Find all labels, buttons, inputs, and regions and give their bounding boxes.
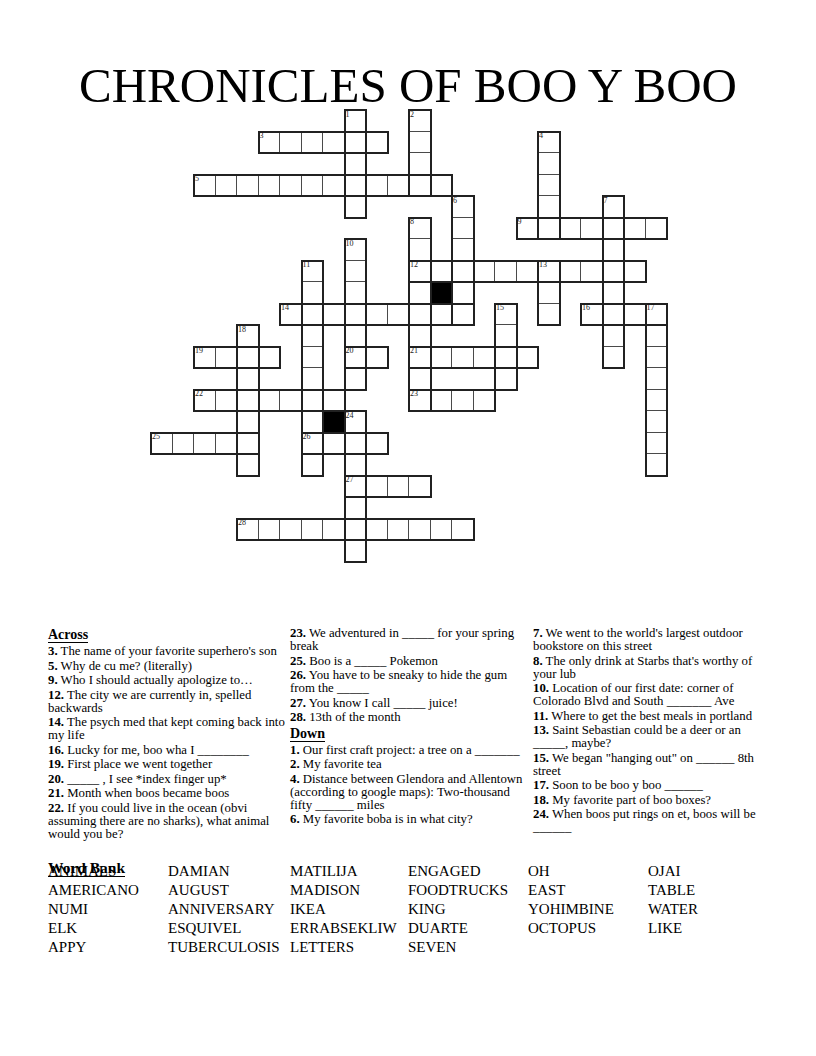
cell-r3c12[interactable] <box>408 174 431 197</box>
cell-r7c19[interactable] <box>559 260 582 283</box>
cell-r9c21[interactable] <box>602 303 625 326</box>
clue-24-down: 24. When boos put rings on et, boos will… <box>533 808 775 834</box>
cell-r15c2[interactable] <box>193 432 216 455</box>
cell-r1c7[interactable] <box>301 131 324 154</box>
cell-number-19: 19 <box>195 347 203 355</box>
cell-number-15: 15 <box>496 304 504 312</box>
cell-number-13: 13 <box>539 261 547 269</box>
cell-r1c8[interactable] <box>322 131 345 154</box>
cell-r11c3[interactable] <box>215 346 238 369</box>
cell-r3c3[interactable] <box>215 174 238 197</box>
cell-r16c7[interactable] <box>301 453 324 476</box>
cell-r13c15[interactable] <box>473 389 496 412</box>
cell-r6c12[interactable] <box>408 238 431 261</box>
word-bank-item-foodtrucks: FOODTRUCKS <box>408 881 528 900</box>
across-clue-list-continued: 23. We adventured in _____ for your spri… <box>290 627 528 724</box>
cell-r7c9[interactable] <box>344 260 367 283</box>
cell-number-1: 1 <box>346 111 350 119</box>
word-bank-item-yohimbine: YOHIMBINE <box>528 900 648 919</box>
cell-r3c6[interactable] <box>279 174 302 197</box>
cell-r19c10[interactable] <box>365 518 388 541</box>
word-bank-item-ikea: IKEA <box>290 900 408 919</box>
cell-r9c10[interactable] <box>365 303 388 326</box>
cell-r7c22[interactable] <box>623 260 646 283</box>
word-bank-item-ojai: OJAI <box>648 862 764 881</box>
cell-number-25: 25 <box>152 433 160 441</box>
cell-r3c18[interactable] <box>537 174 560 197</box>
cell-r10c9[interactable] <box>344 324 367 347</box>
cell-r13c4[interactable] <box>236 389 259 412</box>
cell-r7c15[interactable] <box>473 260 496 283</box>
word-bank: ANIMALSDAMIANMATILIJAENGAGEDOHOJAIAMERIC… <box>48 862 768 957</box>
cell-r6c21[interactable] <box>602 238 625 261</box>
cell-r4c9[interactable] <box>344 195 367 218</box>
cell-number-24: 24 <box>346 412 354 420</box>
cell-r5c18[interactable] <box>537 217 560 240</box>
cell-r7c16[interactable] <box>494 260 517 283</box>
cell-r3c13[interactable] <box>430 174 453 197</box>
cell-number-2: 2 <box>410 111 414 119</box>
clue-16-across: 16. Lucky for me, boo wha I ________ <box>48 744 285 757</box>
cell-r9c13[interactable] <box>430 303 453 326</box>
clue-2-down: 2. My favorite tea <box>290 758 528 771</box>
cell-r3c7[interactable] <box>301 174 324 197</box>
clue-6-down: 6. My favorite boba is in what city? <box>290 813 528 826</box>
cell-r15c1[interactable] <box>172 432 195 455</box>
word-bank-item-east: EAST <box>528 881 648 900</box>
cell-r16c9[interactable] <box>344 453 367 476</box>
cell-r9c12[interactable] <box>408 303 431 326</box>
word-bank-item-king: KING <box>408 900 528 919</box>
cell-number-4: 4 <box>539 132 543 140</box>
cell-r1c6[interactable] <box>279 131 302 154</box>
clue-12-across: 12. The city we are currently in, spelle… <box>48 689 285 715</box>
cell-r9c9[interactable] <box>344 303 367 326</box>
word-bank-item-elk: ELK <box>48 919 168 938</box>
cell-r12c9[interactable] <box>344 367 367 390</box>
clue-column-right: 7. We went to the world's largest outdoo… <box>533 627 775 836</box>
word-bank-item-animals: ANIMALS <box>48 862 168 881</box>
black-cell-r8c13 <box>430 281 453 304</box>
cell-r10c21[interactable] <box>602 324 625 347</box>
cell-r3c11[interactable] <box>387 174 410 197</box>
cell-r11c16[interactable] <box>494 346 517 369</box>
cell-r9c22[interactable] <box>623 303 646 326</box>
cell-r8c9[interactable] <box>344 281 367 304</box>
cell-r10c12[interactable] <box>408 324 431 347</box>
crossword-grid[interactable]: 3591214161920212223252627281246781011131… <box>150 109 670 564</box>
cell-r14c7[interactable] <box>301 410 324 433</box>
cell-r12c7[interactable] <box>301 367 324 390</box>
cell-r9c7[interactable] <box>301 303 324 326</box>
cell-r11c5[interactable] <box>258 346 281 369</box>
clue-20-across: 20. _____ , I see *index finger up* <box>48 773 285 786</box>
clue-11-down: 11. Where to get the best meals in portl… <box>533 710 775 723</box>
cell-r19c14[interactable] <box>451 518 474 541</box>
cell-r13c3[interactable] <box>215 389 238 412</box>
cell-r11c4[interactable] <box>236 346 259 369</box>
word-bank-item-octopus: OCTOPUS <box>528 919 648 938</box>
cell-r15c23[interactable] <box>645 432 668 455</box>
word-bank-item-tuberculosis: TUBERCULOSIS <box>168 938 290 957</box>
cell-r10c23[interactable] <box>645 324 668 347</box>
clue-8-down: 8. The only drink at Starbs that's worth… <box>533 655 775 681</box>
clue-25-across: 25. Boo is a _____ Pokemon <box>290 655 528 668</box>
clue-4-down: 4. Distance between Glendora and Allento… <box>290 773 528 812</box>
cell-number-11: 11 <box>303 261 311 269</box>
cell-r6c14[interactable] <box>451 238 474 261</box>
cell-number-16: 16 <box>582 304 590 312</box>
cell-number-8: 8 <box>410 218 414 226</box>
cell-r8c21[interactable] <box>602 281 625 304</box>
clue-15-down: 15. We began "hanging out" on ______ 8th… <box>533 752 775 778</box>
word-bank-item-damian: DAMIAN <box>168 862 290 881</box>
word-bank-item-table: TABLE <box>648 881 764 900</box>
cell-r13c6[interactable] <box>279 389 302 412</box>
down-clue-list: 1. Our first craft project: a tree on a … <box>290 744 528 827</box>
cell-r3c5[interactable] <box>258 174 281 197</box>
cell-r3c10[interactable] <box>365 174 388 197</box>
cell-r1c10[interactable] <box>365 131 388 154</box>
cell-r15c9[interactable] <box>344 432 367 455</box>
cell-r9c11[interactable] <box>387 303 410 326</box>
clue-18-down: 18. My favorite part of boo boxes? <box>533 794 775 807</box>
cell-r5c23[interactable] <box>645 217 668 240</box>
word-bank-item-anniversary: ANNIVERSARY <box>168 900 290 919</box>
cell-r4c18[interactable] <box>537 195 560 218</box>
word-bank-item-madison: MADISON <box>290 881 408 900</box>
cell-r19c6[interactable] <box>279 518 302 541</box>
cell-number-3: 3 <box>260 132 264 140</box>
clue-22-across: 22. If you could live in the ocean (obvi… <box>48 802 285 841</box>
cell-r12c16[interactable] <box>494 367 517 390</box>
clue-column-left: Across 3. The name of your favorite supe… <box>48 627 285 842</box>
cell-r15c3[interactable] <box>215 432 238 455</box>
cell-r3c8[interactable] <box>322 174 345 197</box>
cell-r19c8[interactable] <box>322 518 345 541</box>
cell-r17c11[interactable] <box>387 475 410 498</box>
cell-r13c8[interactable] <box>322 389 345 412</box>
clue-23-across: 23. We adventured in _____ for your spri… <box>290 627 528 653</box>
cell-r19c12[interactable] <box>408 518 431 541</box>
clue-17-down: 17. Soon to be boo y boo ______ <box>533 779 775 792</box>
clue-19-across: 19. First place we went together <box>48 758 285 771</box>
clue-9-across: 9. Who I should actually apologize to… <box>48 674 285 687</box>
cell-number-20: 20 <box>346 347 354 355</box>
clue-28-across: 28. 13th of the month <box>290 711 528 724</box>
cell-number-5: 5 <box>195 175 199 183</box>
cell-r13c13[interactable] <box>430 389 453 412</box>
cell-number-21: 21 <box>410 347 418 355</box>
cell-r9c18[interactable] <box>537 303 560 326</box>
cell-r19c9[interactable] <box>344 518 367 541</box>
cell-r7c13[interactable] <box>430 260 453 283</box>
cell-r15c4[interactable] <box>236 432 259 455</box>
cell-r7c17[interactable] <box>516 260 539 283</box>
cell-r12c4[interactable] <box>236 367 259 390</box>
cell-r13c14[interactable] <box>451 389 474 412</box>
clue-27-across: 27. You know I call _____ juice! <box>290 697 528 710</box>
word-bank-item-esquivel: ESQUIVEL <box>168 919 290 938</box>
cell-r15c8[interactable] <box>322 432 345 455</box>
crossword-page: CHRONICLES OF BOO Y BOO 3591214161920212… <box>0 0 816 1056</box>
cell-r5c22[interactable] <box>623 217 646 240</box>
cell-r17c10[interactable] <box>365 475 388 498</box>
cell-r10c7[interactable] <box>301 324 324 347</box>
across-header: Across <box>48 627 285 642</box>
cell-r8c14[interactable] <box>451 281 474 304</box>
word-bank-item-oh: OH <box>528 862 648 881</box>
cell-r13c23[interactable] <box>645 389 668 412</box>
cell-number-23: 23 <box>410 390 418 398</box>
cell-number-22: 22 <box>195 390 203 398</box>
cell-r17c12[interactable] <box>408 475 431 498</box>
cell-r11c17[interactable] <box>516 346 539 369</box>
cell-r9c8[interactable] <box>322 303 345 326</box>
cell-r11c7[interactable] <box>301 346 324 369</box>
cell-r13c5[interactable] <box>258 389 281 412</box>
word-bank-item-seven: SEVEN <box>408 938 528 957</box>
cell-r20c9[interactable] <box>344 539 367 562</box>
cell-number-17: 17 <box>647 304 655 312</box>
clue-5-across: 5. Why de cu me? (literally) <box>48 660 285 673</box>
cell-r2c18[interactable] <box>537 152 560 175</box>
cell-number-26: 26 <box>303 433 311 441</box>
word-bank-item-errabsekliw: ERRABSEKLIW <box>290 919 408 938</box>
cell-r5c20[interactable] <box>580 217 603 240</box>
cell-r16c4[interactable] <box>236 453 259 476</box>
clue-13-down: 13. Saint Sebastian could be a deer or a… <box>533 724 775 750</box>
word-bank-item-august: AUGUST <box>168 881 290 900</box>
word-bank-item-matilija: MATILIJA <box>290 862 408 881</box>
cell-r11c15[interactable] <box>473 346 496 369</box>
word-bank-item-water: WATER <box>648 900 764 919</box>
cell-r5c19[interactable] <box>559 217 582 240</box>
clue-26-across: 26. You have to be sneaky to hide the gu… <box>290 669 528 695</box>
cell-r16c23[interactable] <box>645 453 668 476</box>
cell-number-28: 28 <box>238 519 246 527</box>
cell-r14c23[interactable] <box>645 410 668 433</box>
down-header: Down <box>290 726 528 741</box>
word-bank-item-engaged: ENGAGED <box>408 862 528 881</box>
cell-r19c11[interactable] <box>387 518 410 541</box>
cell-r7c20[interactable] <box>580 260 603 283</box>
cell-r5c21[interactable] <box>602 217 625 240</box>
cell-r11c23[interactable] <box>645 346 668 369</box>
word-bank-item-letters: LETTERS <box>290 938 408 957</box>
cell-r11c10[interactable] <box>365 346 388 369</box>
puzzle-title: CHRONICLES OF BOO Y BOO <box>0 57 816 114</box>
cell-r2c12[interactable] <box>408 152 431 175</box>
cell-r3c4[interactable] <box>236 174 259 197</box>
cell-r10c16[interactable] <box>494 324 517 347</box>
cell-r13c7[interactable] <box>301 389 324 412</box>
cell-r1c12[interactable] <box>408 131 431 154</box>
cell-r8c7[interactable] <box>301 281 324 304</box>
cell-r12c23[interactable] <box>645 367 668 390</box>
cell-r3c9[interactable] <box>344 174 367 197</box>
cell-number-9: 9 <box>518 218 522 226</box>
cell-number-27: 27 <box>346 476 354 484</box>
word-bank-item-appy: APPY <box>48 938 168 957</box>
word-bank-item-americano: AMERICANO <box>48 881 168 900</box>
word-bank-item-numi: NUMI <box>48 900 168 919</box>
cell-number-7: 7 <box>604 197 608 205</box>
cell-number-14: 14 <box>281 304 289 312</box>
clue-7-down: 7. We went to the world's largest outdoo… <box>533 627 775 653</box>
cell-r5c14[interactable] <box>451 217 474 240</box>
across-clue-list: 3. The name of your favorite superhero's… <box>48 645 285 841</box>
cell-r1c9[interactable] <box>344 131 367 154</box>
cell-r8c12[interactable] <box>408 281 431 304</box>
cell-r19c7[interactable] <box>301 518 324 541</box>
word-bank-item-duarte: DUARTE <box>408 919 528 938</box>
cell-r12c12[interactable] <box>408 367 431 390</box>
clue-3-across: 3. The name of your favorite superhero's… <box>48 645 285 658</box>
clue-1-down: 1. Our first craft project: a tree on a … <box>290 744 528 757</box>
cell-number-12: 12 <box>410 261 418 269</box>
cell-r11c13[interactable] <box>430 346 453 369</box>
cell-r19c13[interactable] <box>430 518 453 541</box>
cell-r2c9[interactable] <box>344 152 367 175</box>
cell-r19c5[interactable] <box>258 518 281 541</box>
clue-14-across: 14. The psych med that kept coming back … <box>48 716 285 742</box>
clue-21-across: 21. Month when boos became boos <box>48 787 285 800</box>
cell-r11c14[interactable] <box>451 346 474 369</box>
clue-10-down: 10. Location of our first date: corner o… <box>533 682 775 708</box>
cell-r8c18[interactable] <box>537 281 560 304</box>
cell-r14c4[interactable] <box>236 410 259 433</box>
word-bank-item-like: LIKE <box>648 919 764 938</box>
cell-number-18: 18 <box>238 326 246 334</box>
down-clue-list-continued: 7. We went to the world's largest outdoo… <box>533 627 775 834</box>
cell-r7c14[interactable] <box>451 260 474 283</box>
cell-r7c21[interactable] <box>602 260 625 283</box>
cell-r9c14[interactable] <box>451 303 474 326</box>
cell-r15c10[interactable] <box>365 432 388 455</box>
cell-r11c21[interactable] <box>602 346 625 369</box>
cell-number-10: 10 <box>346 240 354 248</box>
black-cell-r14c8 <box>322 410 345 433</box>
cell-number-6: 6 <box>453 197 457 205</box>
cell-r18c9[interactable] <box>344 496 367 519</box>
clue-column-middle: 23. We adventured in _____ for your spri… <box>290 627 528 828</box>
